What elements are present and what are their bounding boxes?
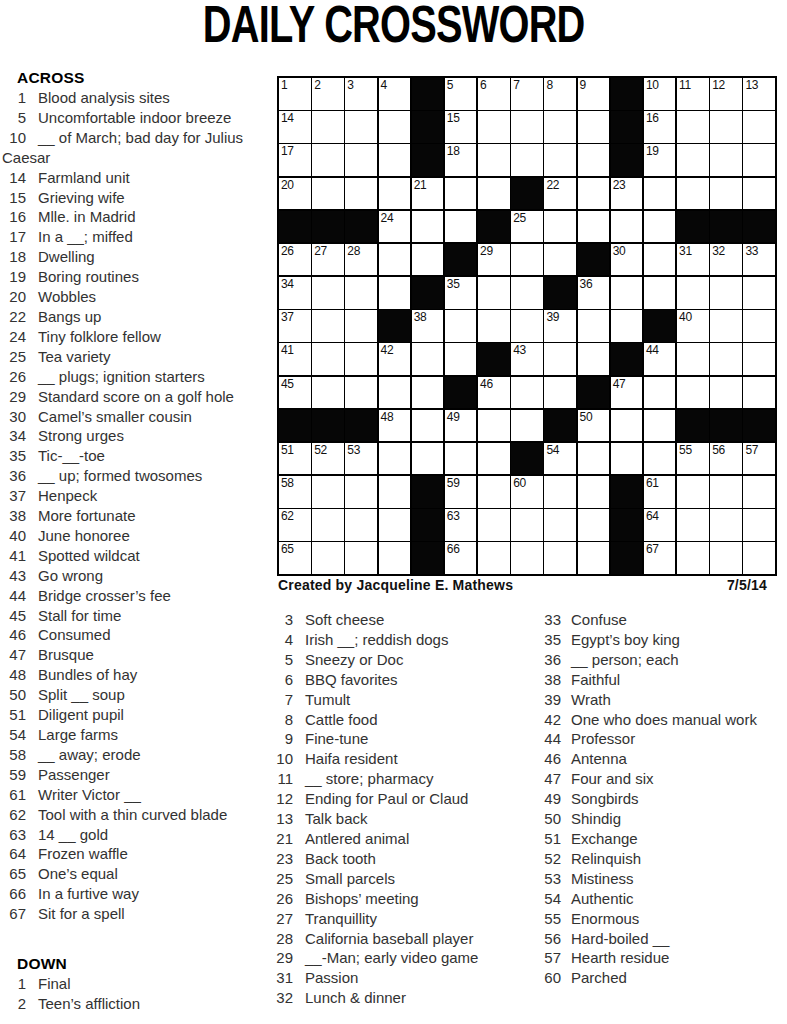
cell-r9c12[interactable]: 44 <box>644 343 676 375</box>
cell-r10c9[interactable] <box>544 377 576 409</box>
clue-number: 25 <box>271 869 305 889</box>
down-clue-4: 4Irish __; reddish dogs <box>271 630 529 650</box>
black-cell-r13c11 <box>611 476 643 508</box>
cell-r1c1[interactable]: 1 <box>279 78 311 110</box>
cell-r3c10[interactable] <box>578 144 610 176</box>
clue-text: Split __ soup <box>38 686 125 703</box>
cell-r11c6[interactable]: 49 <box>445 410 477 442</box>
cell-r9c6[interactable] <box>445 343 477 375</box>
clue-text: __ away; erode <box>38 746 141 763</box>
cell-r1c3[interactable]: 3 <box>345 78 377 110</box>
cell-r7c12[interactable] <box>644 277 676 309</box>
cell-r9c10[interactable] <box>578 343 610 375</box>
clue-number: 19 <box>2 267 38 287</box>
cell-r6c9[interactable] <box>544 244 576 276</box>
cell-r14c8[interactable] <box>511 509 543 541</box>
cell-r10c4[interactable] <box>379 377 411 409</box>
clue-text: Tea variety <box>38 348 111 365</box>
cell-r6c5[interactable] <box>412 244 444 276</box>
cell-number: 35 <box>447 278 460 290</box>
cell-r10c12[interactable] <box>644 377 676 409</box>
cell-r1c2[interactable]: 2 <box>312 78 344 110</box>
cell-r14c6[interactable]: 63 <box>445 509 477 541</box>
cell-r2c7[interactable] <box>478 111 510 143</box>
byline-row: Created by Jacqueline E. Mathews 7/5/14 <box>278 577 767 593</box>
across-clue-26: 26__ plugs; ignition starters <box>2 367 275 387</box>
cell-r7c13[interactable] <box>677 277 709 309</box>
black-cell-r2c5 <box>412 111 444 143</box>
cell-r7c7[interactable] <box>478 277 510 309</box>
cell-r14c14[interactable] <box>710 509 742 541</box>
cell-r7c14[interactable] <box>710 277 742 309</box>
cell-r12c6[interactable] <box>445 443 477 475</box>
cell-r7c10[interactable]: 36 <box>578 277 610 309</box>
clue-number: 23 <box>271 849 305 869</box>
clue-text: __ up; formed twosomes <box>38 467 202 484</box>
cell-r9c5[interactable] <box>412 343 444 375</box>
cell-r5c5[interactable] <box>412 211 444 243</box>
cell-r13c4[interactable] <box>379 476 411 508</box>
cell-r6c15[interactable]: 33 <box>743 244 775 276</box>
cell-r5c11[interactable] <box>611 211 643 243</box>
cell-number: 3 <box>347 79 353 91</box>
clue-text: Parched <box>571 969 627 986</box>
cell-r5c9[interactable] <box>544 211 576 243</box>
clue-number: 29 <box>271 948 305 968</box>
down-clue-52: 52Relinquish <box>533 849 786 869</box>
cell-r10c15[interactable] <box>743 377 775 409</box>
cell-r3c12[interactable]: 19 <box>644 144 676 176</box>
cell-r14c2[interactable] <box>312 509 344 541</box>
cell-r8c14[interactable] <box>710 310 742 342</box>
down-clue-11: 11__ store; pharmacy <box>271 769 529 789</box>
cell-number: 65 <box>281 543 294 555</box>
cell-r13c6[interactable]: 59 <box>445 476 477 508</box>
cell-r1c8[interactable]: 7 <box>511 78 543 110</box>
black-cell-r2c11 <box>611 111 643 143</box>
down-clue-27: 27Tranquillity <box>271 909 529 929</box>
cell-r9c1[interactable]: 41 <box>279 343 311 375</box>
cell-r7c2[interactable] <box>312 277 344 309</box>
cell-r6c3[interactable]: 28 <box>345 244 377 276</box>
cell-number: 7 <box>513 79 519 91</box>
cell-r2c3[interactable] <box>345 111 377 143</box>
clue-text: __ person; each <box>571 651 679 668</box>
cell-r14c13[interactable] <box>677 509 709 541</box>
cell-r4c13[interactable] <box>677 178 709 210</box>
cell-r2c9[interactable] <box>544 111 576 143</box>
cell-r11c11[interactable] <box>611 410 643 442</box>
cell-r1c12[interactable]: 10 <box>644 78 676 110</box>
clue-text: 14 __ gold <box>38 826 108 843</box>
cell-r8c7[interactable] <box>478 310 510 342</box>
down-clue-32: 32Lunch & dinner <box>271 988 529 1008</box>
cell-r6c8[interactable] <box>511 244 543 276</box>
cell-r8c11[interactable] <box>611 310 643 342</box>
cell-r2c13[interactable] <box>677 111 709 143</box>
cell-r10c1[interactable]: 45 <box>279 377 311 409</box>
cell-r4c2[interactable] <box>312 178 344 210</box>
cell-r1c7[interactable]: 6 <box>478 78 510 110</box>
cell-r3c7[interactable] <box>478 144 510 176</box>
cell-r8c1[interactable]: 37 <box>279 310 311 342</box>
black-cell-r4c8 <box>511 178 543 210</box>
cell-r12c9[interactable]: 54 <box>544 443 576 475</box>
clue-text: Small parcels <box>305 870 395 887</box>
cell-r15c4[interactable] <box>379 542 411 574</box>
clue-text: Wobbles <box>38 288 96 305</box>
cell-r13c8[interactable]: 60 <box>511 476 543 508</box>
cell-r4c6[interactable] <box>445 178 477 210</box>
cell-r3c9[interactable] <box>544 144 576 176</box>
cell-r10c13[interactable] <box>677 377 709 409</box>
cell-number: 25 <box>513 212 526 224</box>
down-clue-list-col2: 3Soft cheese4Irish __; reddish dogs5Snee… <box>271 610 529 1008</box>
cell-number: 42 <box>381 344 394 356</box>
clue-number: 66 <box>2 884 38 904</box>
clue-text: Antenna <box>571 750 627 767</box>
clue-text: Passenger <box>38 766 110 783</box>
clue-text: Tic-__-toe <box>38 447 105 464</box>
cell-r11c4[interactable]: 48 <box>379 410 411 442</box>
clue-text: Hard-boiled __ <box>571 930 669 947</box>
black-cell-r6c10 <box>578 244 610 276</box>
cell-r12c3[interactable]: 53 <box>345 443 377 475</box>
clue-number: 50 <box>2 685 38 705</box>
black-cell-r5c2 <box>312 211 344 243</box>
cell-r8c10[interactable] <box>578 310 610 342</box>
black-cell-r11c3 <box>345 410 377 442</box>
clue-text: __ plugs; ignition starters <box>38 368 205 385</box>
cell-r13c2[interactable] <box>312 476 344 508</box>
black-cell-r10c6 <box>445 377 477 409</box>
cell-r13c9[interactable] <box>544 476 576 508</box>
clue-text: Back tooth <box>305 850 376 867</box>
cell-r9c8[interactable]: 43 <box>511 343 543 375</box>
cell-r1c15[interactable]: 13 <box>743 78 775 110</box>
cell-r2c14[interactable] <box>710 111 742 143</box>
cell-r7c11[interactable] <box>611 277 643 309</box>
clue-number: 14 <box>2 168 38 188</box>
down-clue-35: 35Egypt’s boy king <box>533 630 786 650</box>
across-clue-63: 6314 __ gold <box>2 825 275 845</box>
across-clue-62: 62Tool with a thin curved blade <box>2 805 275 825</box>
across-clue-34: 34Strong urges <box>2 426 275 446</box>
cell-r10c7[interactable]: 46 <box>478 377 510 409</box>
cell-number: 47 <box>613 378 626 390</box>
cell-r8c15[interactable] <box>743 310 775 342</box>
cell-r4c10[interactable] <box>578 178 610 210</box>
cell-r3c1[interactable]: 17 <box>279 144 311 176</box>
cell-r9c13[interactable] <box>677 343 709 375</box>
cell-r3c8[interactable] <box>511 144 543 176</box>
cell-r9c15[interactable] <box>743 343 775 375</box>
clue-number: 46 <box>2 625 38 645</box>
cell-r8c9[interactable]: 39 <box>544 310 576 342</box>
cell-r3c2[interactable] <box>312 144 344 176</box>
down-clue-54: 54Authentic <box>533 889 786 909</box>
cell-r2c2[interactable] <box>312 111 344 143</box>
cell-r3c14[interactable] <box>710 144 742 176</box>
across-clue-43: 43Go wrong <box>2 566 275 586</box>
cell-r3c15[interactable] <box>743 144 775 176</box>
clue-number: 41 <box>2 546 38 566</box>
cell-r13c3[interactable] <box>345 476 377 508</box>
cell-r10c5[interactable] <box>412 377 444 409</box>
cell-r12c5[interactable] <box>412 443 444 475</box>
cell-r13c15[interactable] <box>743 476 775 508</box>
cell-r8c5[interactable]: 38 <box>412 310 444 342</box>
cell-r11c7[interactable] <box>478 410 510 442</box>
clue-number: 36 <box>533 650 571 670</box>
clue-number: 47 <box>2 645 38 665</box>
cell-r4c12[interactable] <box>644 178 676 210</box>
clue-number: 27 <box>271 909 305 929</box>
cell-r4c5[interactable]: 21 <box>412 178 444 210</box>
cell-r14c15[interactable] <box>743 509 775 541</box>
cell-r12c1[interactable]: 51 <box>279 443 311 475</box>
cell-r14c9[interactable] <box>544 509 576 541</box>
cell-r8c2[interactable] <box>312 310 344 342</box>
cell-r7c8[interactable] <box>511 277 543 309</box>
down-clue-36: 36__ person; each <box>533 650 786 670</box>
cell-r15c14[interactable] <box>710 542 742 574</box>
black-cell-r9c7 <box>478 343 510 375</box>
black-cell-r11c1 <box>279 410 311 442</box>
clue-text: Boring routines <box>38 268 139 285</box>
black-cell-r5c14 <box>710 211 742 243</box>
cell-r13c14[interactable] <box>710 476 742 508</box>
clue-number: 61 <box>2 785 38 805</box>
down-header: DOWN <box>17 955 275 972</box>
cell-r14c3[interactable] <box>345 509 377 541</box>
cell-number: 53 <box>347 444 360 456</box>
cell-r2c6[interactable]: 15 <box>445 111 477 143</box>
cell-r1c10[interactable]: 9 <box>578 78 610 110</box>
cell-r5c8[interactable]: 25 <box>511 211 543 243</box>
cell-r5c10[interactable] <box>578 211 610 243</box>
cell-r10c8[interactable] <box>511 377 543 409</box>
cell-r13c7[interactable] <box>478 476 510 508</box>
clue-number: 9 <box>271 729 305 749</box>
down-clue-1: 1Final <box>2 974 275 994</box>
cell-r15c15[interactable] <box>743 542 775 574</box>
cell-r2c4[interactable] <box>379 111 411 143</box>
cell-number: 26 <box>281 245 294 257</box>
down-clue-10: 10Haifa resident <box>271 749 529 769</box>
cell-r5c6[interactable] <box>445 211 477 243</box>
across-header: ACROSS <box>17 69 275 86</box>
cell-r8c6[interactable] <box>445 310 477 342</box>
cell-r6c2[interactable]: 27 <box>312 244 344 276</box>
cell-r10c14[interactable] <box>710 377 742 409</box>
cell-r5c4[interactable]: 24 <box>379 211 411 243</box>
down-clue-2: 2Teen’s affliction <box>2 994 275 1014</box>
cell-r7c3[interactable] <box>345 277 377 309</box>
cell-r11c12[interactable] <box>644 410 676 442</box>
clue-text: Strong urges <box>38 427 124 444</box>
cell-r8c8[interactable] <box>511 310 543 342</box>
cell-r12c13[interactable]: 55 <box>677 443 709 475</box>
cell-r6c14[interactable]: 32 <box>710 244 742 276</box>
cell-r8c13[interactable]: 40 <box>677 310 709 342</box>
cell-r10c11[interactable]: 47 <box>611 377 643 409</box>
cell-r15c6[interactable]: 66 <box>445 542 477 574</box>
cell-r3c3[interactable] <box>345 144 377 176</box>
cell-r4c14[interactable] <box>710 178 742 210</box>
down-clue-9: 9Fine-tune <box>271 729 529 749</box>
cell-r12c7[interactable] <box>478 443 510 475</box>
clue-text: __ store; pharmacy <box>305 770 433 787</box>
cell-r9c4[interactable]: 42 <box>379 343 411 375</box>
cell-r13c1[interactable]: 58 <box>279 476 311 508</box>
cell-r9c3[interactable] <box>345 343 377 375</box>
cell-r3c6[interactable]: 18 <box>445 144 477 176</box>
cell-number: 27 <box>314 245 327 257</box>
cell-r6c1[interactable]: 26 <box>279 244 311 276</box>
cell-number: 51 <box>281 444 294 456</box>
cell-r12c10[interactable] <box>578 443 610 475</box>
cell-r2c12[interactable]: 16 <box>644 111 676 143</box>
cell-r1c4[interactable]: 4 <box>379 78 411 110</box>
cell-r6c12[interactable] <box>644 244 676 276</box>
clue-number: 39 <box>533 690 571 710</box>
clue-text: Sit for a spell <box>38 905 125 922</box>
clue-text: Dwelling <box>38 248 95 265</box>
cell-r6c4[interactable] <box>379 244 411 276</box>
cell-r13c13[interactable] <box>677 476 709 508</box>
cell-r14c12[interactable]: 64 <box>644 509 676 541</box>
down-clue-44: 44Professor <box>533 729 786 749</box>
black-cell-r5c7 <box>478 211 510 243</box>
cell-number: 67 <box>646 543 659 555</box>
cell-r15c8[interactable] <box>511 542 543 574</box>
clue-text: Professor <box>571 730 635 747</box>
clue-number: 49 <box>533 789 571 809</box>
cell-r4c4[interactable] <box>379 178 411 210</box>
across-clue-65: 65One’s equal <box>2 864 275 884</box>
cell-number: 4 <box>381 79 387 91</box>
cell-r3c4[interactable] <box>379 144 411 176</box>
across-clue-40: 40June honoree <box>2 526 275 546</box>
cell-r10c3[interactable] <box>345 377 377 409</box>
cell-r11c5[interactable] <box>412 410 444 442</box>
clue-text: Standard score on a golf hole <box>38 388 234 405</box>
clue-text: Soft cheese <box>305 611 384 628</box>
cell-r2c10[interactable] <box>578 111 610 143</box>
cell-r4c15[interactable] <box>743 178 775 210</box>
cell-r15c1[interactable]: 65 <box>279 542 311 574</box>
cell-r11c10[interactable]: 50 <box>578 410 610 442</box>
clue-number: 20 <box>2 287 38 307</box>
cell-r12c15[interactable]: 57 <box>743 443 775 475</box>
cell-r2c8[interactable] <box>511 111 543 143</box>
clue-number: 36 <box>2 466 38 486</box>
cell-number: 39 <box>546 311 559 323</box>
across-clue-22: 22Bangs up <box>2 307 275 327</box>
cell-r4c11[interactable]: 23 <box>611 178 643 210</box>
cell-r12c12[interactable] <box>644 443 676 475</box>
cell-r7c15[interactable] <box>743 277 775 309</box>
clue-text: Tumult <box>305 691 350 708</box>
across-clue-37: 37Henpeck <box>2 486 275 506</box>
cell-r15c3[interactable] <box>345 542 377 574</box>
cell-r12c2[interactable]: 52 <box>312 443 344 475</box>
cell-number: 6 <box>480 79 486 91</box>
cell-r10c2[interactable] <box>312 377 344 409</box>
cell-r15c10[interactable] <box>578 542 610 574</box>
cell-r11c8[interactable] <box>511 410 543 442</box>
cell-r7c4[interactable] <box>379 277 411 309</box>
cell-number: 18 <box>447 145 460 157</box>
cell-number: 24 <box>381 212 394 224</box>
clue-number: 47 <box>533 769 571 789</box>
cell-r13c12[interactable]: 61 <box>644 476 676 508</box>
cell-r1c9[interactable]: 8 <box>544 78 576 110</box>
cell-r14c7[interactable] <box>478 509 510 541</box>
cell-r13c10[interactable] <box>578 476 610 508</box>
clue-text: Haifa resident <box>305 750 398 767</box>
cell-r12c4[interactable] <box>379 443 411 475</box>
cell-r7c6[interactable]: 35 <box>445 277 477 309</box>
cell-r15c13[interactable] <box>677 542 709 574</box>
cell-number: 9 <box>580 79 586 91</box>
cell-r9c9[interactable] <box>544 343 576 375</box>
cell-r15c2[interactable] <box>312 542 344 574</box>
across-clue-48: 48Bundles of hay <box>2 665 275 685</box>
clue-number: 46 <box>533 749 571 769</box>
cell-r14c10[interactable] <box>578 509 610 541</box>
cell-r8c3[interactable] <box>345 310 377 342</box>
clue-number: 63 <box>2 825 38 845</box>
cell-r6c7[interactable]: 29 <box>478 244 510 276</box>
cell-r12c11[interactable] <box>611 443 643 475</box>
cell-r15c12[interactable]: 67 <box>644 542 676 574</box>
cell-r4c7[interactable] <box>478 178 510 210</box>
clue-number: 59 <box>2 765 38 785</box>
clue-number: 40 <box>2 526 38 546</box>
cell-r6c11[interactable]: 30 <box>611 244 643 276</box>
cell-r2c15[interactable] <box>743 111 775 143</box>
cell-r5c12[interactable] <box>644 211 676 243</box>
across-clue-51: 51Diligent pupil <box>2 705 275 725</box>
clue-number: 44 <box>2 586 38 606</box>
cell-r9c2[interactable] <box>312 343 344 375</box>
cell-r4c9[interactable]: 22 <box>544 178 576 210</box>
cell-r9c14[interactable] <box>710 343 742 375</box>
cell-r6c13[interactable]: 31 <box>677 244 709 276</box>
cell-r15c7[interactable] <box>478 542 510 574</box>
cell-r7c1[interactable]: 34 <box>279 277 311 309</box>
cell-r14c1[interactable]: 62 <box>279 509 311 541</box>
clue-number: 17 <box>2 227 38 247</box>
across-clue-67: 67Sit for a spell <box>2 904 275 924</box>
cell-r2c1[interactable]: 14 <box>279 111 311 143</box>
cell-r1c14[interactable]: 12 <box>710 78 742 110</box>
cell-r1c6[interactable]: 5 <box>445 78 477 110</box>
cell-r1c13[interactable]: 11 <box>677 78 709 110</box>
cell-r15c9[interactable] <box>544 542 576 574</box>
cell-r4c1[interactable]: 20 <box>279 178 311 210</box>
cell-r4c3[interactable] <box>345 178 377 210</box>
black-cell-r12c8 <box>511 443 543 475</box>
clue-number: 35 <box>2 446 38 466</box>
across-clue-16: 16Mlle. in Madrid <box>2 207 275 227</box>
cell-r12c14[interactable]: 56 <box>710 443 742 475</box>
cell-r3c13[interactable] <box>677 144 709 176</box>
cell-r14c4[interactable] <box>379 509 411 541</box>
across-clue-47: 47Brusque <box>2 645 275 665</box>
